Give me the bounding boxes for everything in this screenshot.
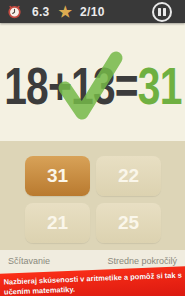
- equation: 18+13=31: [4, 57, 181, 116]
- answer-grid: 31 22 21 25: [0, 141, 185, 250]
- app-screen: 6.3 ★ 2/10 18+13=31 31 22 21 25 Sčítavan…: [0, 0, 185, 296]
- question-progress: 2/10: [80, 5, 105, 19]
- alarm-clock-icon: [7, 4, 22, 19]
- pause-icon: [163, 8, 166, 16]
- equation-area: 18+13=31: [0, 23, 185, 141]
- elapsed-time: 6.3: [32, 5, 50, 19]
- category-label: Sčítavanie: [8, 256, 50, 266]
- equation-left: 18+13=: [4, 58, 138, 115]
- ad-banner-line2: učením matematiky.: [4, 285, 75, 296]
- answer-button-22[interactable]: 22: [96, 156, 161, 196]
- difficulty-label: Stredne pokročilý: [107, 256, 177, 266]
- pause-icon: [158, 8, 161, 16]
- answer-button-21[interactable]: 21: [25, 203, 90, 243]
- equation-answer: 31: [137, 58, 181, 115]
- ad-banner-line1: Nazbieraj skúsenosti v aritmetike a pomô…: [3, 270, 182, 286]
- star-icon: ★: [59, 4, 72, 19]
- answer-button-31[interactable]: 31: [25, 156, 90, 196]
- top-bar: 6.3 ★ 2/10: [0, 0, 185, 23]
- answer-button-25[interactable]: 25: [96, 203, 161, 243]
- pause-button[interactable]: [152, 2, 172, 22]
